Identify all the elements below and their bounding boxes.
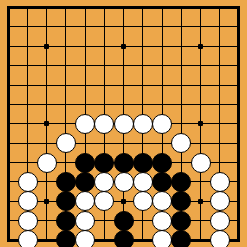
white-stone [94,191,114,211]
go-board[interactable] [0,0,247,247]
white-stone [210,191,230,211]
white-stone [75,211,95,231]
white-stone [210,211,230,231]
black-stone [171,230,191,247]
black-stone [94,153,114,173]
white-stone [114,114,134,134]
white-stone [210,230,230,247]
white-stone [18,211,38,231]
black-stone [114,211,134,231]
white-stone [75,191,95,211]
white-stone [210,172,230,192]
white-stone [171,133,191,153]
white-stone [152,211,172,231]
star-point [198,199,203,204]
black-stone [171,191,191,211]
star-point [198,121,203,126]
grid-line-vertical [237,6,240,241]
white-stone [191,153,211,173]
white-stone [152,191,172,211]
star-point [44,121,49,126]
white-stone [94,114,114,134]
go-diagram-screenshot [0,0,247,247]
black-stone [171,211,191,231]
star-point [121,44,126,49]
white-stone [152,114,172,134]
black-stone [56,230,76,247]
black-stone [56,172,76,192]
white-stone [152,230,172,247]
star-point [44,44,49,49]
white-stone [18,191,38,211]
black-stone [56,191,76,211]
white-stone [114,172,134,192]
black-stone [152,153,172,173]
star-point [44,199,49,204]
star-point [121,199,126,204]
white-stone [75,114,95,134]
grid-line-horizontal [7,143,241,144]
white-stone [94,172,114,192]
black-stone [56,211,76,231]
black-stone [114,230,134,247]
white-stone [56,133,76,153]
white-stone [37,153,57,173]
black-stone [133,153,153,173]
black-stone [171,172,191,192]
black-stone [75,172,95,192]
white-stone [18,172,38,192]
white-stone [75,230,95,247]
white-stone [133,191,153,211]
white-stone [133,114,153,134]
star-point [198,44,203,49]
black-stone [75,153,95,173]
black-stone [152,172,172,192]
white-stone [18,230,38,247]
black-stone [114,153,134,173]
white-stone [133,172,153,192]
